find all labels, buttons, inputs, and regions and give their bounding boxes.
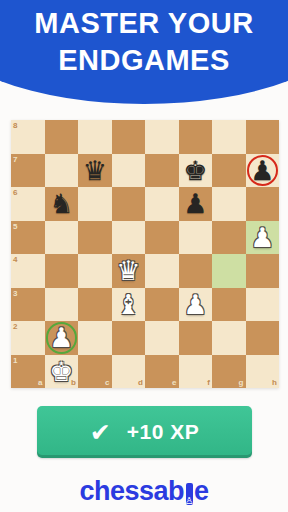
- square-c3[interactable]: [78, 288, 112, 322]
- app-screen: MASTER YOUR ENDGAMES 87♛♚♟6♞♟5♟4♛3♝♟2♟1a…: [0, 0, 288, 512]
- white-bishop[interactable]: ♝: [112, 288, 146, 322]
- square-h4[interactable]: [246, 254, 280, 288]
- xp-reward-label: +10 XP: [127, 420, 199, 444]
- logo-letter-l: ♙: [185, 481, 194, 507]
- square-e6[interactable]: [145, 187, 179, 221]
- white-pawn[interactable]: ♟: [179, 288, 213, 322]
- rank-label-8: 8: [13, 121, 17, 130]
- file-label-a: a: [38, 378, 42, 387]
- white-pawn[interactable]: ♟: [45, 321, 79, 355]
- square-g3[interactable]: [212, 288, 246, 322]
- square-c7[interactable]: ♛: [78, 154, 112, 188]
- square-f7[interactable]: ♚: [179, 154, 213, 188]
- square-g2[interactable]: [212, 321, 246, 355]
- square-a1[interactable]: 1a: [11, 355, 45, 389]
- square-e1[interactable]: e: [145, 355, 179, 389]
- square-g5[interactable]: [212, 221, 246, 255]
- square-d8[interactable]: [112, 120, 146, 154]
- square-f3[interactable]: ♟: [179, 288, 213, 322]
- rank-label-7: 7: [13, 155, 17, 164]
- promo-headline-line2: ENDGAMES: [0, 42, 288, 79]
- square-f2[interactable]: [179, 321, 213, 355]
- square-f6[interactable]: ♟: [179, 187, 213, 221]
- square-e2[interactable]: [145, 321, 179, 355]
- square-b6[interactable]: ♞: [45, 187, 79, 221]
- logo-text-after: e: [194, 476, 209, 506]
- square-b8[interactable]: [45, 120, 79, 154]
- chess-board: 87♛♚♟6♞♟5♟4♛3♝♟2♟1ab♚cdefgh: [11, 120, 279, 388]
- square-b2[interactable]: ♟: [45, 321, 79, 355]
- rank-label-5: 5: [13, 222, 17, 231]
- white-pawn-icon: ♙: [185, 496, 194, 506]
- square-b1[interactable]: b♚: [45, 355, 79, 389]
- square-c6[interactable]: [78, 187, 112, 221]
- rank-label-3: 3: [13, 289, 17, 298]
- rank-label-4: 4: [13, 255, 17, 264]
- square-a3[interactable]: 3: [11, 288, 45, 322]
- black-queen[interactable]: ♛: [78, 154, 112, 188]
- square-a2[interactable]: 2: [11, 321, 45, 355]
- square-d2[interactable]: [112, 321, 146, 355]
- square-a6[interactable]: 6: [11, 187, 45, 221]
- black-pawn[interactable]: ♟: [246, 154, 280, 188]
- promo-headline-line1: MASTER YOUR: [0, 5, 288, 42]
- square-b4[interactable]: [45, 254, 79, 288]
- square-g7[interactable]: [212, 154, 246, 188]
- file-label-c: c: [105, 378, 109, 387]
- file-label-d: d: [138, 378, 143, 387]
- logo-text-before: chessab: [79, 476, 184, 506]
- file-label-f: f: [207, 378, 210, 387]
- checkmark-icon: ✔: [90, 420, 111, 445]
- square-f5[interactable]: [179, 221, 213, 255]
- white-pawn[interactable]: ♟: [246, 221, 280, 255]
- square-a8[interactable]: 8: [11, 120, 45, 154]
- file-label-e: e: [172, 378, 176, 387]
- square-c4[interactable]: [78, 254, 112, 288]
- square-h7[interactable]: ♟: [246, 154, 280, 188]
- rank-label-6: 6: [13, 188, 17, 197]
- square-e3[interactable]: [145, 288, 179, 322]
- square-g6[interactable]: [212, 187, 246, 221]
- square-c2[interactable]: [78, 321, 112, 355]
- square-a5[interactable]: 5: [11, 221, 45, 255]
- square-g1[interactable]: g: [212, 355, 246, 389]
- rank-label-2: 2: [13, 322, 17, 331]
- square-h2[interactable]: [246, 321, 280, 355]
- square-d7[interactable]: [112, 154, 146, 188]
- square-b5[interactable]: [45, 221, 79, 255]
- square-f8[interactable]: [179, 120, 213, 154]
- xp-reward-button[interactable]: ✔ +10 XP: [37, 406, 252, 458]
- square-c5[interactable]: [78, 221, 112, 255]
- square-d5[interactable]: [112, 221, 146, 255]
- square-e8[interactable]: [145, 120, 179, 154]
- square-e7[interactable]: [145, 154, 179, 188]
- square-h1[interactable]: h: [246, 355, 280, 389]
- chessable-logo: chessab♙e: [0, 476, 288, 507]
- square-h8[interactable]: [246, 120, 280, 154]
- square-f1[interactable]: f: [179, 355, 213, 389]
- rank-label-1: 1: [13, 356, 17, 365]
- black-knight[interactable]: ♞: [45, 187, 79, 221]
- white-king[interactable]: ♚: [45, 355, 79, 389]
- black-king[interactable]: ♚: [179, 154, 213, 188]
- square-a4[interactable]: 4: [11, 254, 45, 288]
- square-h3[interactable]: [246, 288, 280, 322]
- square-b3[interactable]: [45, 288, 79, 322]
- promo-headline: MASTER YOUR ENDGAMES: [0, 5, 288, 79]
- square-c1[interactable]: c: [78, 355, 112, 389]
- white-queen[interactable]: ♛: [112, 254, 146, 288]
- square-d4[interactable]: ♛: [112, 254, 146, 288]
- square-d3[interactable]: ♝: [112, 288, 146, 322]
- square-d1[interactable]: d: [112, 355, 146, 389]
- square-f4[interactable]: [179, 254, 213, 288]
- square-h6[interactable]: [246, 187, 280, 221]
- square-a7[interactable]: 7: [11, 154, 45, 188]
- square-d6[interactable]: [112, 187, 146, 221]
- square-h5[interactable]: ♟: [246, 221, 280, 255]
- square-e5[interactable]: [145, 221, 179, 255]
- square-b7[interactable]: [45, 154, 79, 188]
- black-pawn[interactable]: ♟: [179, 187, 213, 221]
- file-label-g: g: [239, 378, 244, 387]
- square-g8[interactable]: [212, 120, 246, 154]
- square-e4[interactable]: [145, 254, 179, 288]
- square-g4[interactable]: [212, 254, 246, 288]
- file-label-h: h: [272, 378, 277, 387]
- square-c8[interactable]: [78, 120, 112, 154]
